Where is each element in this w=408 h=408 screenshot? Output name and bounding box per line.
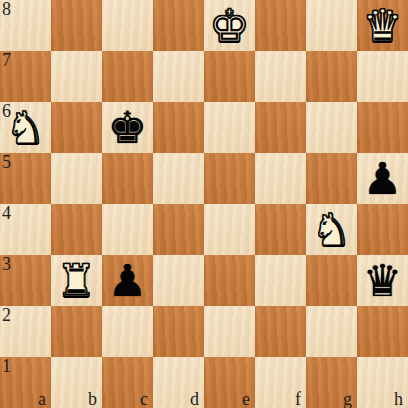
square-h5[interactable]: ♟ xyxy=(357,153,408,204)
rank-label-4: 4 xyxy=(2,204,11,224)
square-c6[interactable]: ♚ xyxy=(102,102,153,153)
square-d7[interactable] xyxy=(153,51,204,102)
piece-black-pawn-h5[interactable]: ♟ xyxy=(363,153,402,204)
square-d4[interactable] xyxy=(153,204,204,255)
square-f7[interactable] xyxy=(255,51,306,102)
square-c4[interactable] xyxy=(102,204,153,255)
square-g6[interactable] xyxy=(306,102,357,153)
square-a6[interactable]: 6♞ xyxy=(0,102,51,153)
file-label-c: c xyxy=(140,389,148,408)
square-f8[interactable] xyxy=(255,0,306,51)
square-d3[interactable] xyxy=(153,255,204,306)
file-label-d: d xyxy=(190,389,199,408)
file-label-b: b xyxy=(88,389,97,408)
piece-white-knight-g4[interactable]: ♞ xyxy=(312,204,351,255)
square-e5[interactable] xyxy=(204,153,255,204)
square-a8[interactable]: 8 xyxy=(0,0,51,51)
square-b5[interactable] xyxy=(51,153,102,204)
square-c1[interactable]: c xyxy=(102,357,153,408)
file-label-e: e xyxy=(242,389,250,408)
square-b1[interactable]: b xyxy=(51,357,102,408)
chess-app-viewport: 8♚♛76♞♚5♟4♞3♜♟♛21abcdefgh xyxy=(0,0,408,408)
square-e6[interactable] xyxy=(204,102,255,153)
file-label-a: a xyxy=(38,389,46,408)
square-g4[interactable]: ♞ xyxy=(306,204,357,255)
square-c8[interactable] xyxy=(102,0,153,51)
square-f6[interactable] xyxy=(255,102,306,153)
square-e8[interactable]: ♚ xyxy=(204,0,255,51)
square-d2[interactable] xyxy=(153,306,204,357)
piece-black-pawn-c3[interactable]: ♟ xyxy=(108,255,147,306)
piece-white-rook-b3[interactable]: ♜ xyxy=(57,255,96,306)
square-c3[interactable]: ♟ xyxy=(102,255,153,306)
piece-white-knight-a6[interactable]: ♞ xyxy=(6,102,45,153)
square-f4[interactable] xyxy=(255,204,306,255)
square-e2[interactable] xyxy=(204,306,255,357)
square-d8[interactable] xyxy=(153,0,204,51)
square-a1[interactable]: 1a xyxy=(0,357,51,408)
square-g8[interactable] xyxy=(306,0,357,51)
square-e4[interactable] xyxy=(204,204,255,255)
rank-label-6: 6 xyxy=(2,102,11,122)
square-h1[interactable]: h xyxy=(357,357,408,408)
square-a2[interactable]: 2 xyxy=(0,306,51,357)
square-f3[interactable] xyxy=(255,255,306,306)
square-a3[interactable]: 3 xyxy=(0,255,51,306)
square-e7[interactable] xyxy=(204,51,255,102)
square-a4[interactable]: 4 xyxy=(0,204,51,255)
rank-label-5: 5 xyxy=(2,153,11,173)
chess-board: 8♚♛76♞♚5♟4♞3♜♟♛21abcdefgh xyxy=(0,0,408,408)
square-d1[interactable]: d xyxy=(153,357,204,408)
square-h4[interactable] xyxy=(357,204,408,255)
square-b2[interactable] xyxy=(51,306,102,357)
square-g2[interactable] xyxy=(306,306,357,357)
square-b3[interactable]: ♜ xyxy=(51,255,102,306)
square-b7[interactable] xyxy=(51,51,102,102)
square-f1[interactable]: f xyxy=(255,357,306,408)
piece-white-queen-h8[interactable]: ♛ xyxy=(363,0,402,51)
file-label-h: h xyxy=(394,389,403,408)
rank-label-2: 2 xyxy=(2,306,11,326)
square-d5[interactable] xyxy=(153,153,204,204)
square-h2[interactable] xyxy=(357,306,408,357)
square-e3[interactable] xyxy=(204,255,255,306)
square-f2[interactable] xyxy=(255,306,306,357)
square-h7[interactable] xyxy=(357,51,408,102)
piece-white-king-e8[interactable]: ♚ xyxy=(210,0,249,51)
square-a7[interactable]: 7 xyxy=(0,51,51,102)
square-g5[interactable] xyxy=(306,153,357,204)
rank-label-3: 3 xyxy=(2,255,11,275)
square-g1[interactable]: g xyxy=(306,357,357,408)
file-label-g: g xyxy=(343,389,352,408)
piece-black-king-c6[interactable]: ♚ xyxy=(108,102,147,153)
square-c7[interactable] xyxy=(102,51,153,102)
square-a5[interactable]: 5 xyxy=(0,153,51,204)
rank-label-7: 7 xyxy=(2,51,11,71)
square-b6[interactable] xyxy=(51,102,102,153)
rank-label-8: 8 xyxy=(2,0,11,20)
square-b4[interactable] xyxy=(51,204,102,255)
square-h8[interactable]: ♛ xyxy=(357,0,408,51)
square-h3[interactable]: ♛ xyxy=(357,255,408,306)
piece-black-queen-h3[interactable]: ♛ xyxy=(363,255,402,306)
square-e1[interactable]: e xyxy=(204,357,255,408)
file-label-f: f xyxy=(295,389,301,408)
square-b8[interactable] xyxy=(51,0,102,51)
square-d6[interactable] xyxy=(153,102,204,153)
rank-label-1: 1 xyxy=(2,357,11,377)
square-f5[interactable] xyxy=(255,153,306,204)
square-c5[interactable] xyxy=(102,153,153,204)
square-g3[interactable] xyxy=(306,255,357,306)
square-c2[interactable] xyxy=(102,306,153,357)
square-h6[interactable] xyxy=(357,102,408,153)
square-g7[interactable] xyxy=(306,51,357,102)
